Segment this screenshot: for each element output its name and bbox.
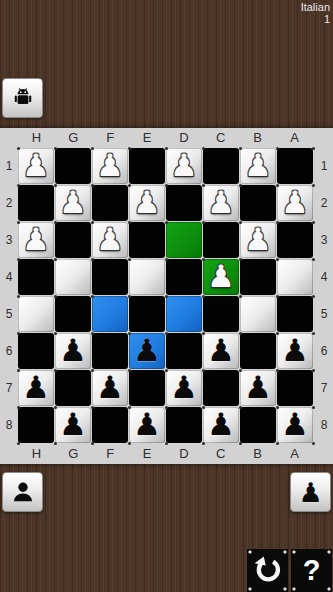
square-D6[interactable] [166, 333, 202, 369]
grid-dot [276, 295, 279, 298]
white-pawn: ♟ [207, 261, 235, 292]
square-H3[interactable]: ♟ [18, 222, 54, 258]
square-E8[interactable]: ♟ [129, 407, 165, 443]
square-B6[interactable] [240, 333, 276, 369]
square-F1[interactable]: ♟ [92, 148, 128, 184]
game-status: Italian 1 [301, 1, 330, 25]
grid-dot [312, 332, 315, 335]
square-A2[interactable]: ♟ [277, 185, 313, 221]
grid-dot [91, 295, 94, 298]
rank-label-6: 6 [0, 332, 18, 369]
grid-dot [165, 147, 168, 150]
square-F7[interactable]: ♟ [92, 370, 128, 406]
grid-dot [276, 147, 279, 150]
square-A7[interactable] [277, 370, 313, 406]
grid-dot [239, 332, 242, 335]
square-F2[interactable] [92, 185, 128, 221]
rank-label-7: 7 [315, 369, 333, 406]
rank-label-8: 8 [0, 406, 18, 443]
square-E6[interactable]: ♟ [129, 333, 165, 369]
square-E3[interactable] [129, 222, 165, 258]
black-pawn: ♟ [207, 409, 235, 440]
grid-dot [202, 295, 205, 298]
file-label-G: G [55, 444, 92, 463]
rank-label-5: 5 [315, 296, 333, 333]
file-label-H: H [18, 444, 55, 463]
white-pawn: ♟ [96, 150, 124, 181]
move-number: 1 [301, 13, 330, 25]
rank-label-1: 1 [0, 148, 18, 185]
checkers-board: HGFEDCBA 12345678 12345678 ♟♟♟♟♟♟♟♟♟♟♟♟♟… [0, 128, 333, 464]
rank-label-2: 2 [0, 185, 18, 222]
square-E1[interactable] [129, 148, 165, 184]
grid-dot [202, 184, 205, 187]
square-G5[interactable] [55, 296, 91, 332]
grid-dot [165, 258, 168, 261]
grid-dot [128, 442, 131, 445]
black-pawn: ♟ [170, 372, 198, 403]
grid-dot [202, 221, 205, 224]
square-A5[interactable] [277, 296, 313, 332]
grid-dot [202, 406, 205, 409]
file-label-G: G [55, 128, 92, 147]
square-D5[interactable] [166, 296, 202, 332]
square-F4[interactable] [92, 259, 128, 295]
grid-dot [17, 332, 20, 335]
black-pawn: ♟ [207, 335, 235, 366]
grid-dot [202, 147, 205, 150]
square-A3[interactable] [277, 222, 313, 258]
square-A4[interactable] [277, 259, 313, 295]
rank-label-6: 6 [315, 332, 333, 369]
square-H2[interactable] [18, 185, 54, 221]
square-G1[interactable] [55, 148, 91, 184]
grid-dot [312, 442, 315, 445]
file-label-H: H [18, 128, 55, 147]
black-pawn: ♟ [133, 409, 161, 440]
grid-dot [165, 442, 168, 445]
white-pawn: ♟ [244, 224, 272, 255]
square-D3[interactable] [166, 222, 202, 258]
square-C5[interactable] [203, 296, 239, 332]
grid-dot [239, 295, 242, 298]
grid-dot [91, 221, 94, 224]
file-label-B: B [239, 444, 276, 463]
square-A8[interactable]: ♟ [277, 407, 313, 443]
file-label-B: B [239, 128, 276, 147]
black-pawn: ♟ [244, 372, 272, 403]
grid-dot [202, 258, 205, 261]
grid-dot [17, 442, 20, 445]
square-C7[interactable] [203, 370, 239, 406]
rank-label-4: 4 [315, 259, 333, 296]
rank-label-5: 5 [0, 296, 18, 333]
grid-dot [312, 369, 315, 372]
grid-dot [54, 406, 57, 409]
square-B4[interactable] [240, 259, 276, 295]
grid-dot [91, 442, 94, 445]
square-F6[interactable] [92, 333, 128, 369]
grid-dot [276, 221, 279, 224]
square-C4[interactable]: ♟ [203, 259, 239, 295]
square-B2[interactable] [240, 185, 276, 221]
grid-dot [276, 184, 279, 187]
grid-dot [312, 221, 315, 224]
grid-dot [165, 295, 168, 298]
grid-dot [17, 221, 20, 224]
grid-dot [91, 184, 94, 187]
square-B1[interactable]: ♟ [240, 148, 276, 184]
grid-dot [128, 406, 131, 409]
square-D4[interactable] [166, 259, 202, 295]
grid-dot [91, 406, 94, 409]
square-G6[interactable]: ♟ [55, 333, 91, 369]
square-D2[interactable] [166, 185, 202, 221]
square-D7[interactable]: ♟ [166, 370, 202, 406]
grid-dot [202, 332, 205, 335]
white-pawn: ♟ [96, 224, 124, 255]
grid-dot [91, 258, 94, 261]
grid-dot [312, 258, 315, 261]
grid-dot [202, 369, 205, 372]
white-pawn: ♟ [170, 150, 198, 181]
player-type-button[interactable] [2, 472, 43, 512]
rank-labels-left: 12345678 [0, 148, 18, 443]
square-G2[interactable]: ♟ [55, 185, 91, 221]
square-C3[interactable] [203, 222, 239, 258]
grid-dot [17, 295, 20, 298]
grid-dot [239, 258, 242, 261]
grid-dot [239, 221, 242, 224]
square-C8[interactable]: ♟ [203, 407, 239, 443]
grid-dot [54, 332, 57, 335]
rank-label-3: 3 [315, 222, 333, 259]
white-pawn: ♟ [244, 150, 272, 181]
grid-dot [54, 184, 57, 187]
grid-dot [17, 184, 20, 187]
grid-dot [202, 442, 205, 445]
file-label-A: A [276, 128, 313, 147]
white-pawn: ♟ [22, 150, 50, 181]
square-H5[interactable] [18, 296, 54, 332]
square-G7[interactable] [55, 370, 91, 406]
question-mark-label: ? [303, 556, 321, 585]
undo-button[interactable] [247, 549, 288, 592]
square-G4[interactable] [55, 259, 91, 295]
file-label-E: E [129, 444, 166, 463]
rank-label-2: 2 [315, 185, 333, 222]
square-E4[interactable] [129, 259, 165, 295]
square-E5[interactable] [129, 296, 165, 332]
rank-label-8: 8 [315, 406, 333, 443]
black-pawn-icon: ♟ [298, 479, 322, 506]
square-B5[interactable] [240, 296, 276, 332]
square-F5[interactable] [92, 296, 128, 332]
black-pawn: ♟ [59, 335, 87, 366]
white-pawn: ♟ [59, 187, 87, 218]
grid-dot [239, 442, 242, 445]
android-robot-icon [10, 85, 36, 111]
black-pawn: ♟ [281, 335, 309, 366]
square-A1[interactable] [277, 148, 313, 184]
grid-dot [128, 184, 131, 187]
file-labels-top: HGFEDCBA [18, 128, 313, 147]
square-H1[interactable]: ♟ [18, 148, 54, 184]
grid-dot [54, 258, 57, 261]
grid-dot [54, 221, 57, 224]
file-label-E: E [129, 128, 166, 147]
grid-dot [91, 332, 94, 335]
square-C1[interactable] [203, 148, 239, 184]
black-pawn: ♟ [59, 409, 87, 440]
square-H8[interactable] [18, 407, 54, 443]
square-H4[interactable] [18, 259, 54, 295]
grid-dot [54, 147, 57, 150]
file-label-D: D [166, 128, 203, 147]
file-label-A: A [276, 444, 313, 463]
rank-label-7: 7 [0, 369, 18, 406]
square-D8[interactable] [166, 407, 202, 443]
grid-dot [312, 406, 315, 409]
grid-dot [312, 184, 315, 187]
grid-dot [276, 442, 279, 445]
square-G8[interactable]: ♟ [55, 407, 91, 443]
grid-dot [54, 295, 57, 298]
grid-dot [128, 295, 131, 298]
grid-dot [17, 258, 20, 261]
square-F8[interactable] [92, 407, 128, 443]
grid-dot [239, 369, 242, 372]
file-label-D: D [166, 444, 203, 463]
undo-circular-arrow-icon [253, 556, 283, 586]
square-C2[interactable]: ♟ [203, 185, 239, 221]
square-D1[interactable]: ♟ [166, 148, 202, 184]
variant-label: Italian [301, 1, 330, 13]
grid-dot [17, 147, 20, 150]
square-H7[interactable]: ♟ [18, 370, 54, 406]
grid-dot [54, 369, 57, 372]
white-pawn: ♟ [22, 224, 50, 255]
grid-dot [165, 369, 168, 372]
rank-labels-right: 12345678 [315, 148, 333, 443]
grid-dot [165, 221, 168, 224]
grid-dot [54, 442, 57, 445]
square-F3[interactable]: ♟ [92, 222, 128, 258]
grid-dot [128, 147, 131, 150]
grid-dot [239, 406, 242, 409]
black-pawn: ♟ [22, 372, 50, 403]
file-label-F: F [92, 444, 129, 463]
square-E2[interactable]: ♟ [129, 185, 165, 221]
square-H6[interactable] [18, 333, 54, 369]
grid-dot [165, 332, 168, 335]
black-pawn: ♟ [96, 372, 124, 403]
grid-dot [165, 406, 168, 409]
grid-dot [276, 258, 279, 261]
square-B8[interactable] [240, 407, 276, 443]
help-button[interactable]: ? [291, 549, 332, 592]
grid-dot [276, 406, 279, 409]
grid-dot [128, 258, 131, 261]
rank-label-1: 1 [315, 148, 333, 185]
rank-label-3: 3 [0, 222, 18, 259]
grid-dot [165, 184, 168, 187]
person-icon [10, 479, 36, 505]
file-label-C: C [202, 444, 239, 463]
square-A6[interactable]: ♟ [277, 333, 313, 369]
grid-dot [17, 406, 20, 409]
player-side-button[interactable]: ♟ [290, 472, 331, 512]
square-B3[interactable]: ♟ [240, 222, 276, 258]
square-E7[interactable] [129, 370, 165, 406]
square-B7[interactable]: ♟ [240, 370, 276, 406]
grid-dot [91, 369, 94, 372]
grid-dot [128, 221, 131, 224]
white-pawn: ♟ [133, 187, 161, 218]
grid-dot [276, 332, 279, 335]
grid-dot [239, 147, 242, 150]
grid-dot [91, 147, 94, 150]
grid-dot [17, 369, 20, 372]
rank-label-4: 4 [0, 259, 18, 296]
file-label-C: C [202, 128, 239, 147]
grid-dot [239, 184, 242, 187]
file-labels-bottom: HGFEDCBA [18, 444, 313, 463]
square-C6[interactable]: ♟ [203, 333, 239, 369]
square-G3[interactable] [55, 222, 91, 258]
black-pawn: ♟ [133, 335, 161, 366]
file-label-F: F [92, 128, 129, 147]
black-pawn: ♟ [281, 409, 309, 440]
grid-dot [128, 369, 131, 372]
grid-dot [276, 369, 279, 372]
grid-dot [312, 147, 315, 150]
opponent-type-button[interactable] [2, 78, 43, 118]
grid-dot [128, 332, 131, 335]
white-pawn: ♟ [281, 187, 309, 218]
white-pawn: ♟ [207, 187, 235, 218]
grid-dot [312, 295, 315, 298]
